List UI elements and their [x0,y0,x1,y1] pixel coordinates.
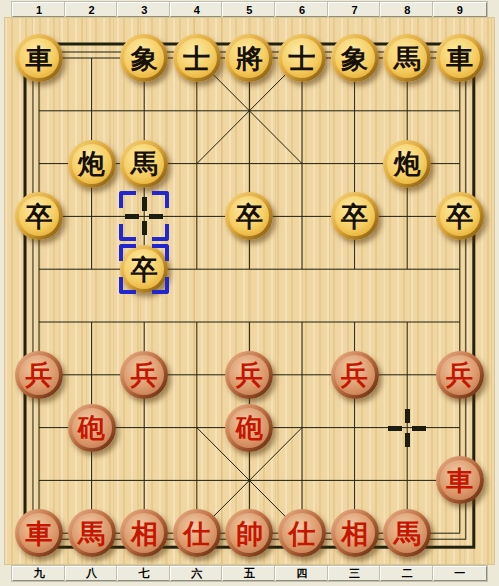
piece-red-cannon[interactable]: 砲 [68,404,116,452]
piece-glyph: 卒 [124,249,164,289]
piece-red-horse[interactable]: 馬 [68,509,116,557]
piece-glyph: 兵 [124,355,164,395]
piece-black-advisor[interactable]: 士 [278,34,326,82]
piece-black-soldier[interactable]: 卒 [15,192,63,240]
piece-red-soldier[interactable]: 兵 [331,351,379,399]
piece-black-chariot[interactable]: 車 [15,34,63,82]
piece-glyph: 馬 [387,513,427,553]
piece-glyph: 士 [282,38,322,78]
piece-glyph: 炮 [72,144,112,184]
piece-glyph: 砲 [229,408,269,448]
file-label: 二 [380,566,434,581]
piece-glyph: 卒 [335,196,375,236]
piece-red-chariot[interactable]: 車 [436,456,484,504]
file-label: 七 [117,566,171,581]
piece-red-horse[interactable]: 馬 [383,509,431,557]
file-label: 一 [433,566,487,581]
piece-glyph: 車 [19,38,59,78]
file-label: 6 [275,2,329,17]
piece-glyph: 兵 [229,355,269,395]
piece-glyph: 卒 [440,196,480,236]
piece-red-soldier[interactable]: 兵 [436,351,484,399]
piece-glyph: 車 [440,460,480,500]
piece-glyph: 仕 [177,513,217,553]
bottom-coordinate-strip: 九八七六五四三二一 [4,566,495,581]
piece-black-horse[interactable]: 馬 [120,140,168,188]
piece-black-elephant[interactable]: 象 [120,34,168,82]
piece-glyph: 卒 [19,196,59,236]
piece-glyph: 卒 [229,196,269,236]
piece-glyph: 馬 [72,513,112,553]
piece-black-cannon[interactable]: 炮 [68,140,116,188]
file-label: 4 [170,2,224,17]
piece-glyph: 兵 [335,355,375,395]
file-label: 六 [170,566,224,581]
piece-glyph: 象 [335,38,375,78]
piece-black-soldier[interactable]: 卒 [436,192,484,240]
piece-glyph: 象 [124,38,164,78]
piece-glyph: 將 [229,38,269,78]
file-label: 7 [328,2,382,17]
piece-black-chariot[interactable]: 車 [436,34,484,82]
file-label: 5 [222,2,276,17]
piece-black-soldier[interactable]: 卒 [225,192,273,240]
piece-glyph: 砲 [72,408,112,448]
piece-black-soldier[interactable]: 卒 [331,192,379,240]
file-label: 1 [12,2,66,17]
piece-glyph: 相 [335,513,375,553]
xiangqi-app: 123456789 車象士將士象馬車炮馬炮卒卒卒卒卒兵兵兵兵兵砲砲車車馬相仕帥仕… [0,0,499,586]
top-coordinate-strip: 123456789 [4,2,495,17]
piece-glyph: 兵 [19,355,59,395]
piece-glyph: 士 [177,38,217,78]
piece-glyph: 車 [19,513,59,553]
piece-glyph: 兵 [440,355,480,395]
piece-black-advisor[interactable]: 士 [173,34,221,82]
file-label: 九 [12,566,66,581]
file-label: 八 [65,566,119,581]
piece-red-advisor[interactable]: 仕 [173,509,221,557]
piece-red-soldier[interactable]: 兵 [225,351,273,399]
piece-glyph: 仕 [282,513,322,553]
piece-red-general[interactable]: 帥 [225,509,273,557]
file-label: 2 [65,2,119,17]
piece-black-horse[interactable]: 馬 [383,34,431,82]
piece-glyph: 相 [124,513,164,553]
piece-glyph: 車 [440,38,480,78]
piece-glyph: 炮 [387,144,427,184]
piece-glyph: 馬 [387,38,427,78]
piece-layer: 車象士將士象馬車炮馬炮卒卒卒卒卒兵兵兵兵兵砲砲車車馬相仕帥仕相馬 [5,18,494,564]
piece-black-soldier[interactable]: 卒 [120,245,168,293]
piece-red-chariot[interactable]: 車 [15,509,63,557]
file-label: 9 [433,2,487,17]
piece-glyph: 帥 [229,513,269,553]
piece-black-cannon[interactable]: 炮 [383,140,431,188]
file-label: 四 [275,566,329,581]
file-label: 8 [380,2,434,17]
xiangqi-board[interactable]: 車象士將士象馬車炮馬炮卒卒卒卒卒兵兵兵兵兵砲砲車車馬相仕帥仕相馬 [4,17,495,565]
piece-black-general[interactable]: 將 [225,34,273,82]
piece-red-cannon[interactable]: 砲 [225,404,273,452]
piece-black-elephant[interactable]: 象 [331,34,379,82]
piece-glyph: 馬 [124,144,164,184]
piece-red-elephant[interactable]: 相 [120,509,168,557]
piece-red-elephant[interactable]: 相 [331,509,379,557]
piece-red-soldier[interactable]: 兵 [120,351,168,399]
file-label: 五 [222,566,276,581]
file-label: 三 [328,566,382,581]
piece-red-advisor[interactable]: 仕 [278,509,326,557]
piece-red-soldier[interactable]: 兵 [15,351,63,399]
file-label: 3 [117,2,171,17]
